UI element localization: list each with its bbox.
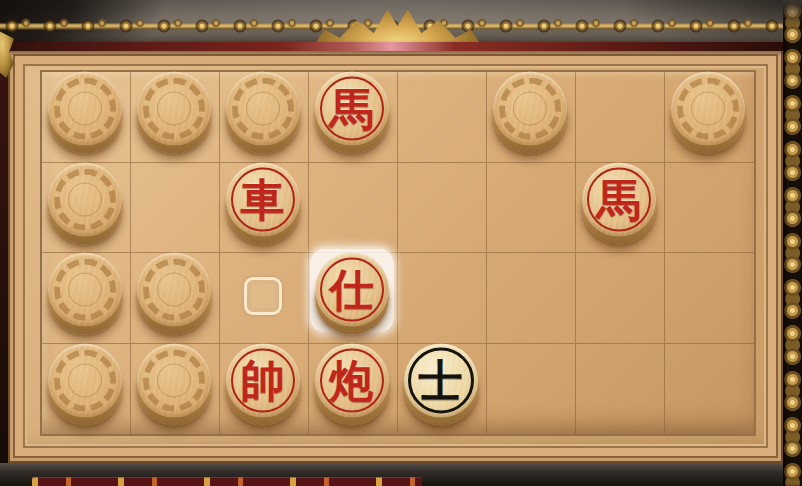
- piece-hidden[interactable]: [48, 72, 122, 154]
- piece-hidden[interactable]: [137, 253, 211, 335]
- cell-r1c7[interactable]: [665, 163, 754, 254]
- meander-ring-icon: [54, 259, 116, 321]
- meander-ring-icon: [54, 349, 116, 411]
- bottom-bar: [0, 463, 783, 486]
- piece-face: 仕: [315, 253, 389, 327]
- piece-red-horse[interactable]: 馬: [582, 162, 656, 244]
- game-window: 馬車馬仕帥炮士: [0, 0, 802, 486]
- cell-r3c6[interactable]: [576, 344, 665, 435]
- piece-red-horse[interactable]: 馬: [315, 72, 389, 154]
- meander-ring-icon: [232, 78, 294, 140]
- piece-hidden[interactable]: [137, 343, 211, 425]
- piece-face: [137, 343, 211, 417]
- cell-r2c6[interactable]: [576, 253, 665, 344]
- cell-r3c7[interactable]: [665, 344, 754, 435]
- piece-face: 馬: [582, 162, 656, 236]
- cell-r0c4[interactable]: [398, 72, 487, 163]
- meander-ring-icon: [143, 78, 205, 140]
- cell-r1c5[interactable]: [487, 163, 576, 254]
- cell-r0c6[interactable]: [576, 72, 665, 163]
- cell-r1c3[interactable]: [309, 163, 398, 254]
- meander-ring-icon: [143, 259, 205, 321]
- piece-red-advisor[interactable]: 仕: [315, 253, 389, 335]
- piece-black-advisor[interactable]: 士: [404, 343, 478, 425]
- cell-r1c1[interactable]: [131, 163, 220, 254]
- piece-face: [671, 72, 745, 146]
- meander-ring-icon: [54, 168, 116, 230]
- piece-face: 馬: [315, 72, 389, 146]
- piece-face: [493, 72, 567, 146]
- piece-face: [48, 343, 122, 417]
- piece-character: 仕: [315, 253, 389, 327]
- piece-hidden[interactable]: [137, 72, 211, 154]
- meander-ring-icon: [499, 78, 561, 140]
- piece-character: 士: [404, 343, 478, 417]
- piece-hidden[interactable]: [48, 162, 122, 244]
- piece-face: [48, 253, 122, 327]
- gold-dragon-column-icon: [783, 0, 802, 486]
- piece-red-cannon[interactable]: 炮: [315, 343, 389, 425]
- piece-character: 馬: [582, 162, 656, 236]
- piece-face: 帥: [226, 343, 300, 417]
- piece-character: 馬: [315, 72, 389, 146]
- piece-face: 士: [404, 343, 478, 417]
- piece-face: [48, 162, 122, 236]
- piece-hidden[interactable]: [226, 72, 300, 154]
- piece-character: 炮: [315, 343, 389, 417]
- cell-r2c5[interactable]: [487, 253, 576, 344]
- capture-score-panel: [32, 477, 422, 486]
- piece-red-general[interactable]: 帥: [226, 343, 300, 425]
- piece-face: [137, 253, 211, 327]
- piece-red-chariot[interactable]: 車: [226, 162, 300, 244]
- piece-face: 炮: [315, 343, 389, 417]
- piece-face: [226, 72, 300, 146]
- piece-face: 車: [226, 162, 300, 236]
- move-target-marker[interactable]: [244, 277, 282, 315]
- piece-face: [48, 72, 122, 146]
- piece-face: [137, 72, 211, 146]
- meander-ring-icon: [677, 78, 739, 140]
- piece-hidden[interactable]: [48, 253, 122, 335]
- piece-character: 車: [226, 162, 300, 236]
- board-frame: 馬車馬仕帥炮士: [8, 49, 783, 463]
- meander-ring-icon: [54, 78, 116, 140]
- left-edge-trim: [0, 49, 8, 465]
- cell-r3c5[interactable]: [487, 344, 576, 435]
- piece-hidden[interactable]: [671, 72, 745, 154]
- piece-hidden[interactable]: [48, 343, 122, 425]
- maroon-accent-strip: [0, 42, 783, 51]
- piece-hidden[interactable]: [493, 72, 567, 154]
- piece-character: 帥: [226, 343, 300, 417]
- meander-ring-icon: [143, 349, 205, 411]
- cell-r1c4[interactable]: [398, 163, 487, 254]
- cell-r2c4[interactable]: [398, 253, 487, 344]
- cell-r2c7[interactable]: [665, 253, 754, 344]
